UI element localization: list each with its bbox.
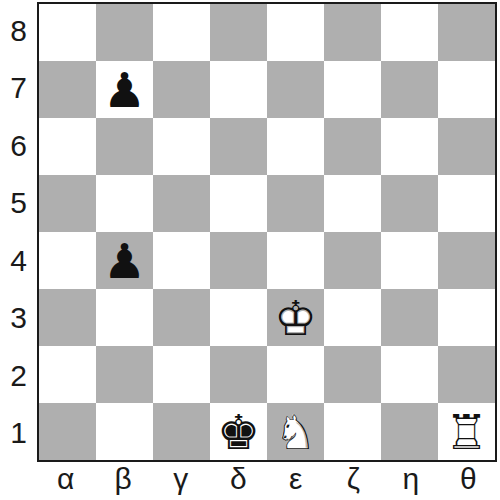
- square-b7[interactable]: ♟: [96, 61, 153, 118]
- square-e6[interactable]: [267, 118, 324, 175]
- rank-label-8: 8: [0, 2, 37, 60]
- rank-label-7: 7: [0, 60, 37, 118]
- square-a7[interactable]: [39, 61, 96, 118]
- square-a1[interactable]: [39, 403, 96, 460]
- rank-labels: 8 7 6 5 4 3 2 1: [0, 2, 37, 462]
- square-f6[interactable]: [324, 118, 381, 175]
- square-d4[interactable]: [210, 232, 267, 289]
- square-g6[interactable]: [381, 118, 438, 175]
- square-g4[interactable]: [381, 232, 438, 289]
- square-g8[interactable]: [381, 4, 438, 61]
- square-h5[interactable]: [438, 175, 495, 232]
- file-labels: α β γ δ ε ζ η θ: [37, 462, 497, 500]
- square-b5[interactable]: [96, 175, 153, 232]
- rank-label-4: 4: [0, 232, 37, 290]
- square-h8[interactable]: [438, 4, 495, 61]
- square-e7[interactable]: [267, 61, 324, 118]
- square-h7[interactable]: [438, 61, 495, 118]
- square-a4[interactable]: [39, 232, 96, 289]
- file-label-beta: β: [95, 462, 153, 500]
- piece-black-king-d1[interactable]: ♚: [210, 403, 267, 460]
- file-label-epsilon: ε: [267, 462, 325, 500]
- square-g1[interactable]: [381, 403, 438, 460]
- square-h3[interactable]: [438, 289, 495, 346]
- square-h2[interactable]: [438, 346, 495, 403]
- square-d8[interactable]: [210, 4, 267, 61]
- piece-white-knight-e1[interactable]: ♞♘: [267, 403, 324, 460]
- square-b6[interactable]: [96, 118, 153, 175]
- square-g5[interactable]: [381, 175, 438, 232]
- square-f2[interactable]: [324, 346, 381, 403]
- square-c3[interactable]: [153, 289, 210, 346]
- rank-label-2: 2: [0, 347, 37, 405]
- square-c8[interactable]: [153, 4, 210, 61]
- square-c4[interactable]: [153, 232, 210, 289]
- square-f5[interactable]: [324, 175, 381, 232]
- square-b1[interactable]: [96, 403, 153, 460]
- piece-glyph: ♟: [96, 232, 153, 289]
- square-c7[interactable]: [153, 61, 210, 118]
- chess-board: ♟♟♚♔♚♞♘♜♖: [37, 2, 497, 462]
- square-b8[interactable]: [96, 4, 153, 61]
- square-d1[interactable]: ♚: [210, 403, 267, 460]
- piece-white-king-e3[interactable]: ♚♔: [267, 289, 324, 346]
- square-d5[interactable]: [210, 175, 267, 232]
- file-label-eta: η: [382, 462, 440, 500]
- rank-label-1: 1: [0, 405, 37, 463]
- square-g3[interactable]: [381, 289, 438, 346]
- file-label-alpha: α: [37, 462, 95, 500]
- square-f4[interactable]: [324, 232, 381, 289]
- square-a2[interactable]: [39, 346, 96, 403]
- square-d3[interactable]: [210, 289, 267, 346]
- piece-white-rook-h1[interactable]: ♜♖: [438, 403, 495, 460]
- file-label-gamma: γ: [152, 462, 210, 500]
- rank-label-3: 3: [0, 290, 37, 348]
- piece-outline-layer: ♖: [438, 403, 495, 460]
- piece-outline-layer: ♘: [267, 403, 324, 460]
- square-e4[interactable]: [267, 232, 324, 289]
- square-a3[interactable]: [39, 289, 96, 346]
- square-a8[interactable]: [39, 4, 96, 61]
- square-h1[interactable]: ♜♖: [438, 403, 495, 460]
- square-d2[interactable]: [210, 346, 267, 403]
- piece-glyph: ♚: [210, 403, 267, 460]
- square-h6[interactable]: [438, 118, 495, 175]
- square-b3[interactable]: [96, 289, 153, 346]
- file-label-zeta: ζ: [325, 462, 383, 500]
- piece-black-pawn-b7[interactable]: ♟: [96, 61, 153, 118]
- square-f7[interactable]: [324, 61, 381, 118]
- file-label-theta: θ: [440, 462, 498, 500]
- square-e1[interactable]: ♞♘: [267, 403, 324, 460]
- file-label-delta: δ: [210, 462, 268, 500]
- square-d6[interactable]: [210, 118, 267, 175]
- square-e5[interactable]: [267, 175, 324, 232]
- rank-label-5: 5: [0, 175, 37, 233]
- square-e3[interactable]: ♚♔: [267, 289, 324, 346]
- piece-outline-layer: ♔: [267, 289, 324, 346]
- square-f8[interactable]: [324, 4, 381, 61]
- square-e2[interactable]: [267, 346, 324, 403]
- square-c6[interactable]: [153, 118, 210, 175]
- square-e8[interactable]: [267, 4, 324, 61]
- square-c5[interactable]: [153, 175, 210, 232]
- piece-black-pawn-b4[interactable]: ♟: [96, 232, 153, 289]
- square-c1[interactable]: [153, 403, 210, 460]
- square-h4[interactable]: [438, 232, 495, 289]
- square-a5[interactable]: [39, 175, 96, 232]
- rank-label-6: 6: [0, 117, 37, 175]
- square-f3[interactable]: [324, 289, 381, 346]
- square-c2[interactable]: [153, 346, 210, 403]
- square-b2[interactable]: [96, 346, 153, 403]
- square-f1[interactable]: [324, 403, 381, 460]
- square-b4[interactable]: ♟: [96, 232, 153, 289]
- square-g2[interactable]: [381, 346, 438, 403]
- square-g7[interactable]: [381, 61, 438, 118]
- square-d7[interactable]: [210, 61, 267, 118]
- square-a6[interactable]: [39, 118, 96, 175]
- chess-diagram: 8 7 6 5 4 3 2 1 ♟♟♚♔♚♞♘♜♖ α β γ δ ε ζ η …: [0, 0, 500, 500]
- piece-glyph: ♟: [96, 61, 153, 118]
